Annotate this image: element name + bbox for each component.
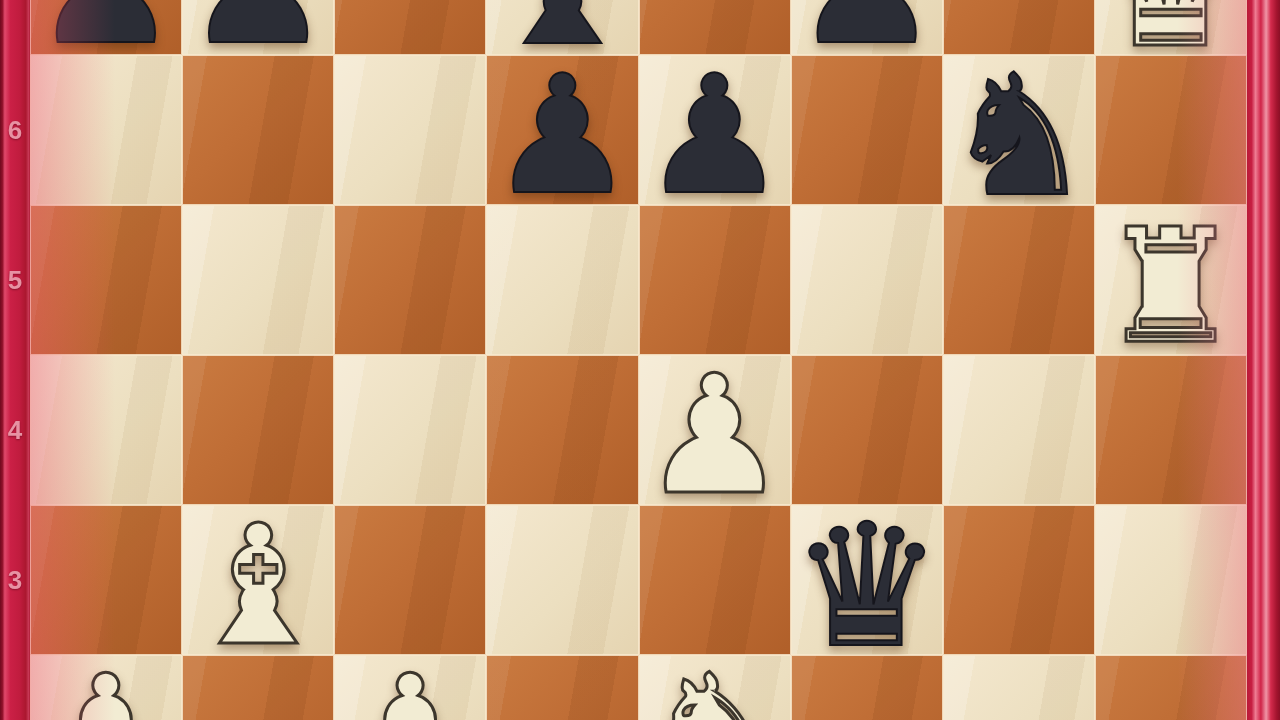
rank-label-5: 5 — [0, 265, 30, 295]
square-g4[interactable] — [943, 355, 1095, 505]
white-pawn[interactable]: ♟ — [639, 361, 791, 511]
black-pawn[interactable]: ♟ — [639, 61, 791, 211]
square-d3[interactable] — [486, 505, 638, 655]
white-bishop[interactable]: ♝ — [182, 511, 334, 661]
square-c7[interactable] — [334, 0, 486, 55]
square-e3[interactable] — [639, 505, 791, 655]
square-f6[interactable] — [791, 55, 943, 205]
square-a2[interactable]: ♟ — [30, 655, 182, 720]
square-c4[interactable] — [334, 355, 486, 505]
square-d6[interactable]: ♟ — [486, 55, 638, 205]
board-frame-left: 6543 — [0, 0, 30, 720]
square-a4[interactable] — [30, 355, 182, 505]
square-b7[interactable]: ♟ — [182, 0, 334, 55]
square-e4[interactable]: ♟ — [639, 355, 791, 505]
square-f5[interactable] — [791, 205, 943, 355]
square-c2[interactable]: ♟ — [334, 655, 486, 720]
square-g6[interactable]: ♞ — [943, 55, 1095, 205]
square-f7[interactable]: ♟ — [791, 0, 943, 55]
square-e6[interactable]: ♟ — [639, 55, 791, 205]
square-h6[interactable] — [1095, 55, 1247, 205]
square-g3[interactable] — [943, 505, 1095, 655]
board: ♟♟♝♟♛♟♟♞♜♟♝♛♟♟♞ — [30, 0, 1247, 720]
square-a7[interactable]: ♟ — [30, 0, 182, 55]
white-rook[interactable]: ♜ — [1095, 211, 1247, 361]
square-b5[interactable] — [182, 205, 334, 355]
white-queen[interactable]: ♛ — [1095, 0, 1247, 61]
square-c5[interactable] — [334, 205, 486, 355]
square-h2[interactable] — [1095, 655, 1247, 720]
square-h7[interactable]: ♛ — [1095, 0, 1247, 55]
square-c3[interactable] — [334, 505, 486, 655]
square-a5[interactable] — [30, 205, 182, 355]
square-c6[interactable] — [334, 55, 486, 205]
board-frame-right — [1247, 0, 1280, 720]
square-g5[interactable] — [943, 205, 1095, 355]
white-pawn[interactable]: ♟ — [30, 661, 182, 720]
black-pawn[interactable]: ♟ — [182, 0, 334, 61]
black-queen[interactable]: ♛ — [791, 511, 943, 661]
square-f4[interactable] — [791, 355, 943, 505]
black-knight[interactable]: ♞ — [943, 61, 1095, 211]
white-knight[interactable]: ♞ — [639, 661, 791, 720]
rank-label-3: 3 — [0, 565, 30, 595]
black-pawn[interactable]: ♟ — [791, 0, 943, 61]
square-d5[interactable] — [486, 205, 638, 355]
square-a3[interactable] — [30, 505, 182, 655]
rank-label-4: 4 — [0, 415, 30, 445]
square-f2[interactable] — [791, 655, 943, 720]
square-a6[interactable] — [30, 55, 182, 205]
square-b6[interactable] — [182, 55, 334, 205]
square-g2[interactable] — [943, 655, 1095, 720]
rank-label-6: 6 — [0, 115, 30, 145]
black-pawn[interactable]: ♟ — [30, 0, 182, 61]
square-e2[interactable]: ♞ — [639, 655, 791, 720]
square-e5[interactable] — [639, 205, 791, 355]
square-d2[interactable] — [486, 655, 638, 720]
square-b3[interactable]: ♝ — [182, 505, 334, 655]
square-d4[interactable] — [486, 355, 638, 505]
black-pawn[interactable]: ♟ — [486, 61, 638, 211]
chess-video-frame: ♟♟♝♟♛♟♟♞♜♟♝♛♟♟♞ 6543 — [0, 0, 1280, 720]
white-pawn[interactable]: ♟ — [334, 661, 486, 720]
square-h4[interactable] — [1095, 355, 1247, 505]
square-b2[interactable] — [182, 655, 334, 720]
square-f3[interactable]: ♛ — [791, 505, 943, 655]
square-h5[interactable]: ♜ — [1095, 205, 1247, 355]
square-h3[interactable] — [1095, 505, 1247, 655]
square-b4[interactable] — [182, 355, 334, 505]
